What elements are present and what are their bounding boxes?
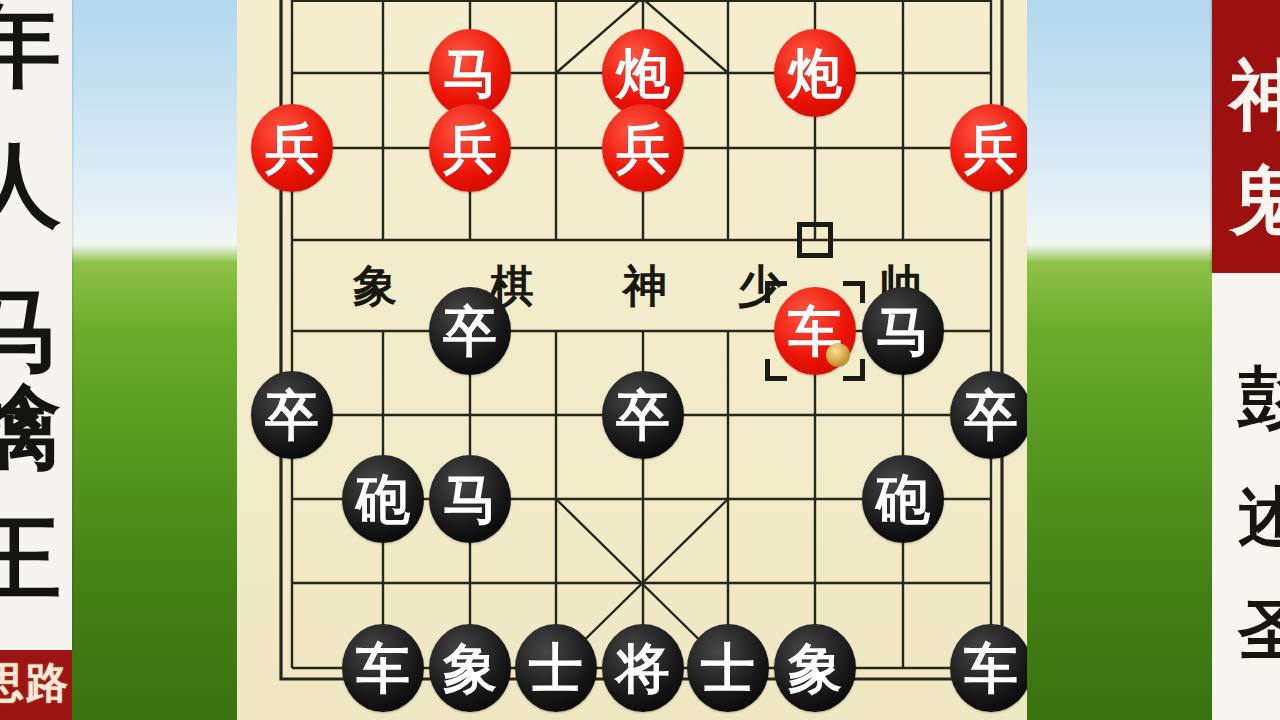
piece-black-f5r10[interactable]: 将	[602, 624, 684, 712]
piece-glyph: 象	[788, 641, 842, 695]
piece-black-f9r10[interactable]: 车	[950, 624, 1027, 712]
left-strip-char: 擒	[0, 381, 65, 473]
piece-glyph: 炮	[788, 46, 842, 100]
piece-glyph: 卒	[964, 388, 1018, 442]
left-band-text: 思路	[0, 662, 72, 704]
piece-black-f1r7[interactable]: 卒	[251, 371, 333, 459]
right-strip-char: 述	[1238, 484, 1280, 550]
right-title-strip: 彭述圣	[1212, 273, 1280, 720]
selection-corner-tr	[843, 281, 865, 303]
right-red-char: 神	[1230, 57, 1280, 133]
piece-glyph: 将	[616, 641, 670, 695]
piece-black-f8r6[interactable]: 马	[862, 287, 944, 375]
piece-black-f9r7[interactable]: 卒	[950, 371, 1027, 459]
left-strip-char: 王	[0, 512, 65, 604]
piece-glyph: 兵	[265, 121, 319, 175]
piece-black-f6r10[interactable]: 士	[687, 624, 769, 712]
left-bottom-red-band: 思路	[0, 650, 72, 720]
piece-glyph: 兵	[616, 121, 670, 175]
river-watermark-char: 神	[623, 264, 667, 308]
river-watermark-char: 象	[353, 264, 397, 308]
piece-black-f7r10[interactable]: 象	[774, 624, 856, 712]
piece-red-f5r4[interactable]: 兵	[602, 104, 684, 192]
piece-glyph: 兵	[443, 121, 497, 175]
selection-corner-br	[843, 359, 865, 381]
piece-black-f2r8[interactable]: 砲	[342, 455, 424, 543]
piece-black-f4r10[interactable]: 士	[515, 624, 597, 712]
selection-corner-bl	[765, 359, 787, 381]
left-title-strip: 年人马擒王	[0, 0, 72, 650]
piece-glyph: 车	[356, 641, 410, 695]
piece-glyph: 象	[443, 641, 497, 695]
selection-corner-tl	[765, 281, 787, 303]
right-strip-char: 圣	[1238, 597, 1280, 663]
piece-glyph: 士	[701, 641, 755, 695]
right-red-char: 鬼	[1230, 162, 1280, 238]
piece-red-f7r3[interactable]: 炮	[774, 29, 856, 117]
piece-glyph: 兵	[964, 121, 1018, 175]
xiangqi-board[interactable]: 象棋神少帅马炮炮兵兵兵兵车卒马卒卒卒砲马砲车象士将士象车	[237, 0, 1027, 720]
piece-glyph: 马	[443, 472, 497, 526]
left-strip-char: 人	[0, 139, 65, 231]
piece-black-f5r7[interactable]: 卒	[602, 371, 684, 459]
left-strip-char: 马	[0, 284, 65, 376]
piece-glyph: 砲	[876, 472, 930, 526]
piece-glyph: 车	[964, 641, 1018, 695]
piece-red-f1r4[interactable]: 兵	[251, 104, 333, 192]
piece-black-f8r8[interactable]: 砲	[862, 455, 944, 543]
piece-glyph: 马	[876, 304, 930, 358]
right-red-title-block: 神鬼	[1212, 0, 1280, 273]
selection-brackets	[765, 281, 865, 381]
piece-glyph: 卒	[443, 304, 497, 358]
piece-black-f3r6[interactable]: 卒	[429, 287, 511, 375]
right-strip-char: 彭	[1238, 364, 1280, 430]
piece-red-f3r4[interactable]: 兵	[429, 104, 511, 192]
left-strip-char: 年	[0, 0, 65, 91]
piece-glyph: 砲	[356, 472, 410, 526]
piece-black-f3r10[interactable]: 象	[429, 624, 511, 712]
piece-glyph: 炮	[616, 46, 670, 100]
piece-glyph: 士	[529, 641, 583, 695]
piece-red-f9r4[interactable]: 兵	[950, 104, 1027, 192]
piece-glyph: 马	[443, 46, 497, 100]
move-from-marker	[797, 222, 833, 258]
piece-glyph: 卒	[616, 388, 670, 442]
piece-black-f3r8[interactable]: 马	[429, 455, 511, 543]
piece-black-f2r10[interactable]: 车	[342, 624, 424, 712]
piece-glyph: 卒	[265, 388, 319, 442]
